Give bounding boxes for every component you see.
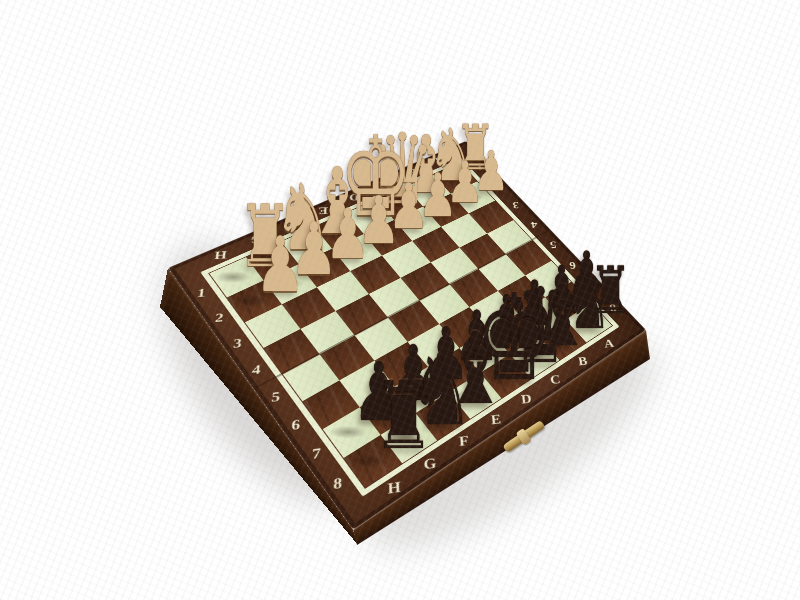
pieces-layer: ♜♞♟♝♟♛♟♚♟♝♟♞♟♜♟♟♟♟♜♟♞♟♝♟♛♟♚♟♝♟♞♜ <box>0 0 800 600</box>
photo-background: 11HH22GG33FF44EE55DD66CC77BB88AA ♜♞♟♝♟♛♟… <box>0 0 800 600</box>
